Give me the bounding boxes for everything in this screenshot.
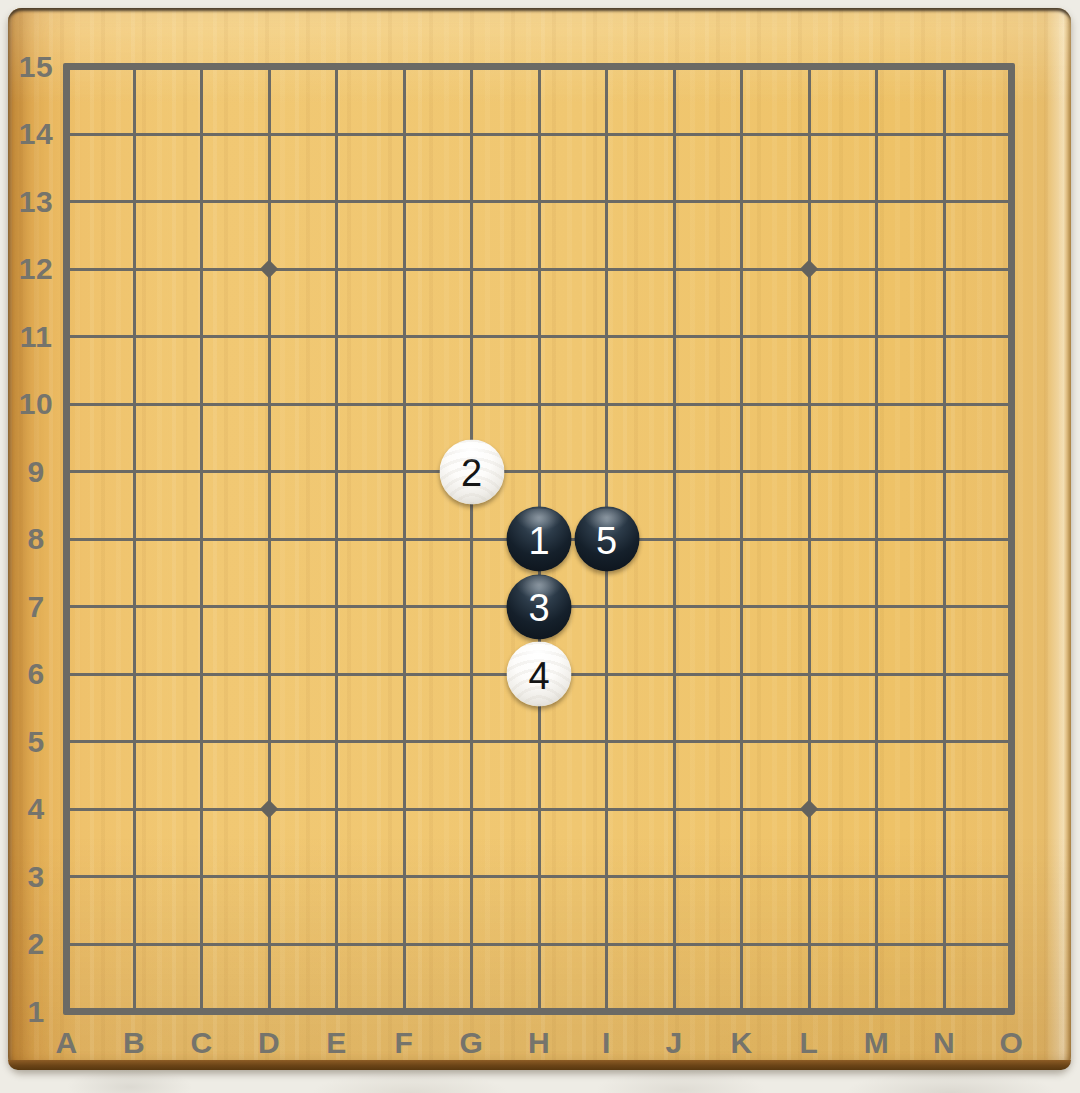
- row-label-3: 3: [27, 860, 44, 894]
- column-label-N: N: [933, 1026, 955, 1060]
- stone-move-number: 4: [528, 654, 549, 694]
- column-label-G: G: [460, 1026, 484, 1060]
- grid-line-vertical: [875, 70, 878, 1009]
- column-label-B: B: [123, 1026, 145, 1060]
- stone-black-1-H8: 1: [507, 507, 572, 572]
- grid-line-horizontal: [70, 943, 1009, 946]
- grid-line-horizontal: [70, 740, 1009, 743]
- grid-line-horizontal: [70, 875, 1009, 878]
- grid-line-vertical: [740, 70, 743, 1009]
- stone-move-number: 2: [461, 452, 482, 492]
- row-label-12: 12: [19, 252, 53, 286]
- row-label-6: 6: [27, 657, 44, 691]
- row-label-1: 1: [27, 995, 44, 1029]
- row-label-8: 8: [27, 522, 44, 556]
- row-label-2: 2: [27, 927, 44, 961]
- grid-line-vertical: [943, 70, 946, 1009]
- column-label-L: L: [800, 1026, 819, 1060]
- stone-white-4-H6: 4: [507, 642, 572, 707]
- row-label-10: 10: [19, 387, 53, 421]
- row-label-11: 11: [20, 320, 53, 354]
- row-label-4: 4: [27, 792, 44, 826]
- column-label-D: D: [258, 1026, 280, 1060]
- row-label-5: 5: [27, 725, 44, 759]
- column-label-O: O: [1000, 1026, 1024, 1060]
- column-label-F: F: [395, 1026, 414, 1060]
- column-label-A: A: [55, 1026, 77, 1060]
- page-background: 151413121110987654321ABCDEFGHIJKLMNO 123…: [0, 0, 1080, 1093]
- column-label-J: J: [665, 1026, 682, 1060]
- row-label-14: 14: [19, 117, 53, 151]
- stone-black-3-H7: 3: [507, 574, 572, 639]
- column-label-H: H: [528, 1026, 550, 1060]
- stone-white-2-G9: 2: [439, 439, 504, 504]
- row-label-15: 15: [19, 50, 53, 84]
- row-label-13: 13: [19, 185, 53, 219]
- column-label-K: K: [730, 1026, 752, 1060]
- stone-black-5-I8: 5: [574, 507, 639, 572]
- stone-move-number: 1: [528, 519, 549, 559]
- stone-move-number: 3: [528, 587, 549, 627]
- board-overlay: 151413121110987654321ABCDEFGHIJKLMNO 123…: [0, 0, 1080, 1093]
- column-label-I: I: [602, 1026, 611, 1060]
- grid-line-vertical: [808, 70, 811, 1009]
- row-label-7: 7: [27, 590, 44, 624]
- column-label-C: C: [190, 1026, 212, 1060]
- grid-line-horizontal: [70, 808, 1009, 811]
- grid-line-vertical: [673, 70, 676, 1009]
- row-label-9: 9: [27, 455, 44, 489]
- stone-move-number: 5: [596, 519, 617, 559]
- column-label-M: M: [864, 1026, 890, 1060]
- column-label-E: E: [326, 1026, 347, 1060]
